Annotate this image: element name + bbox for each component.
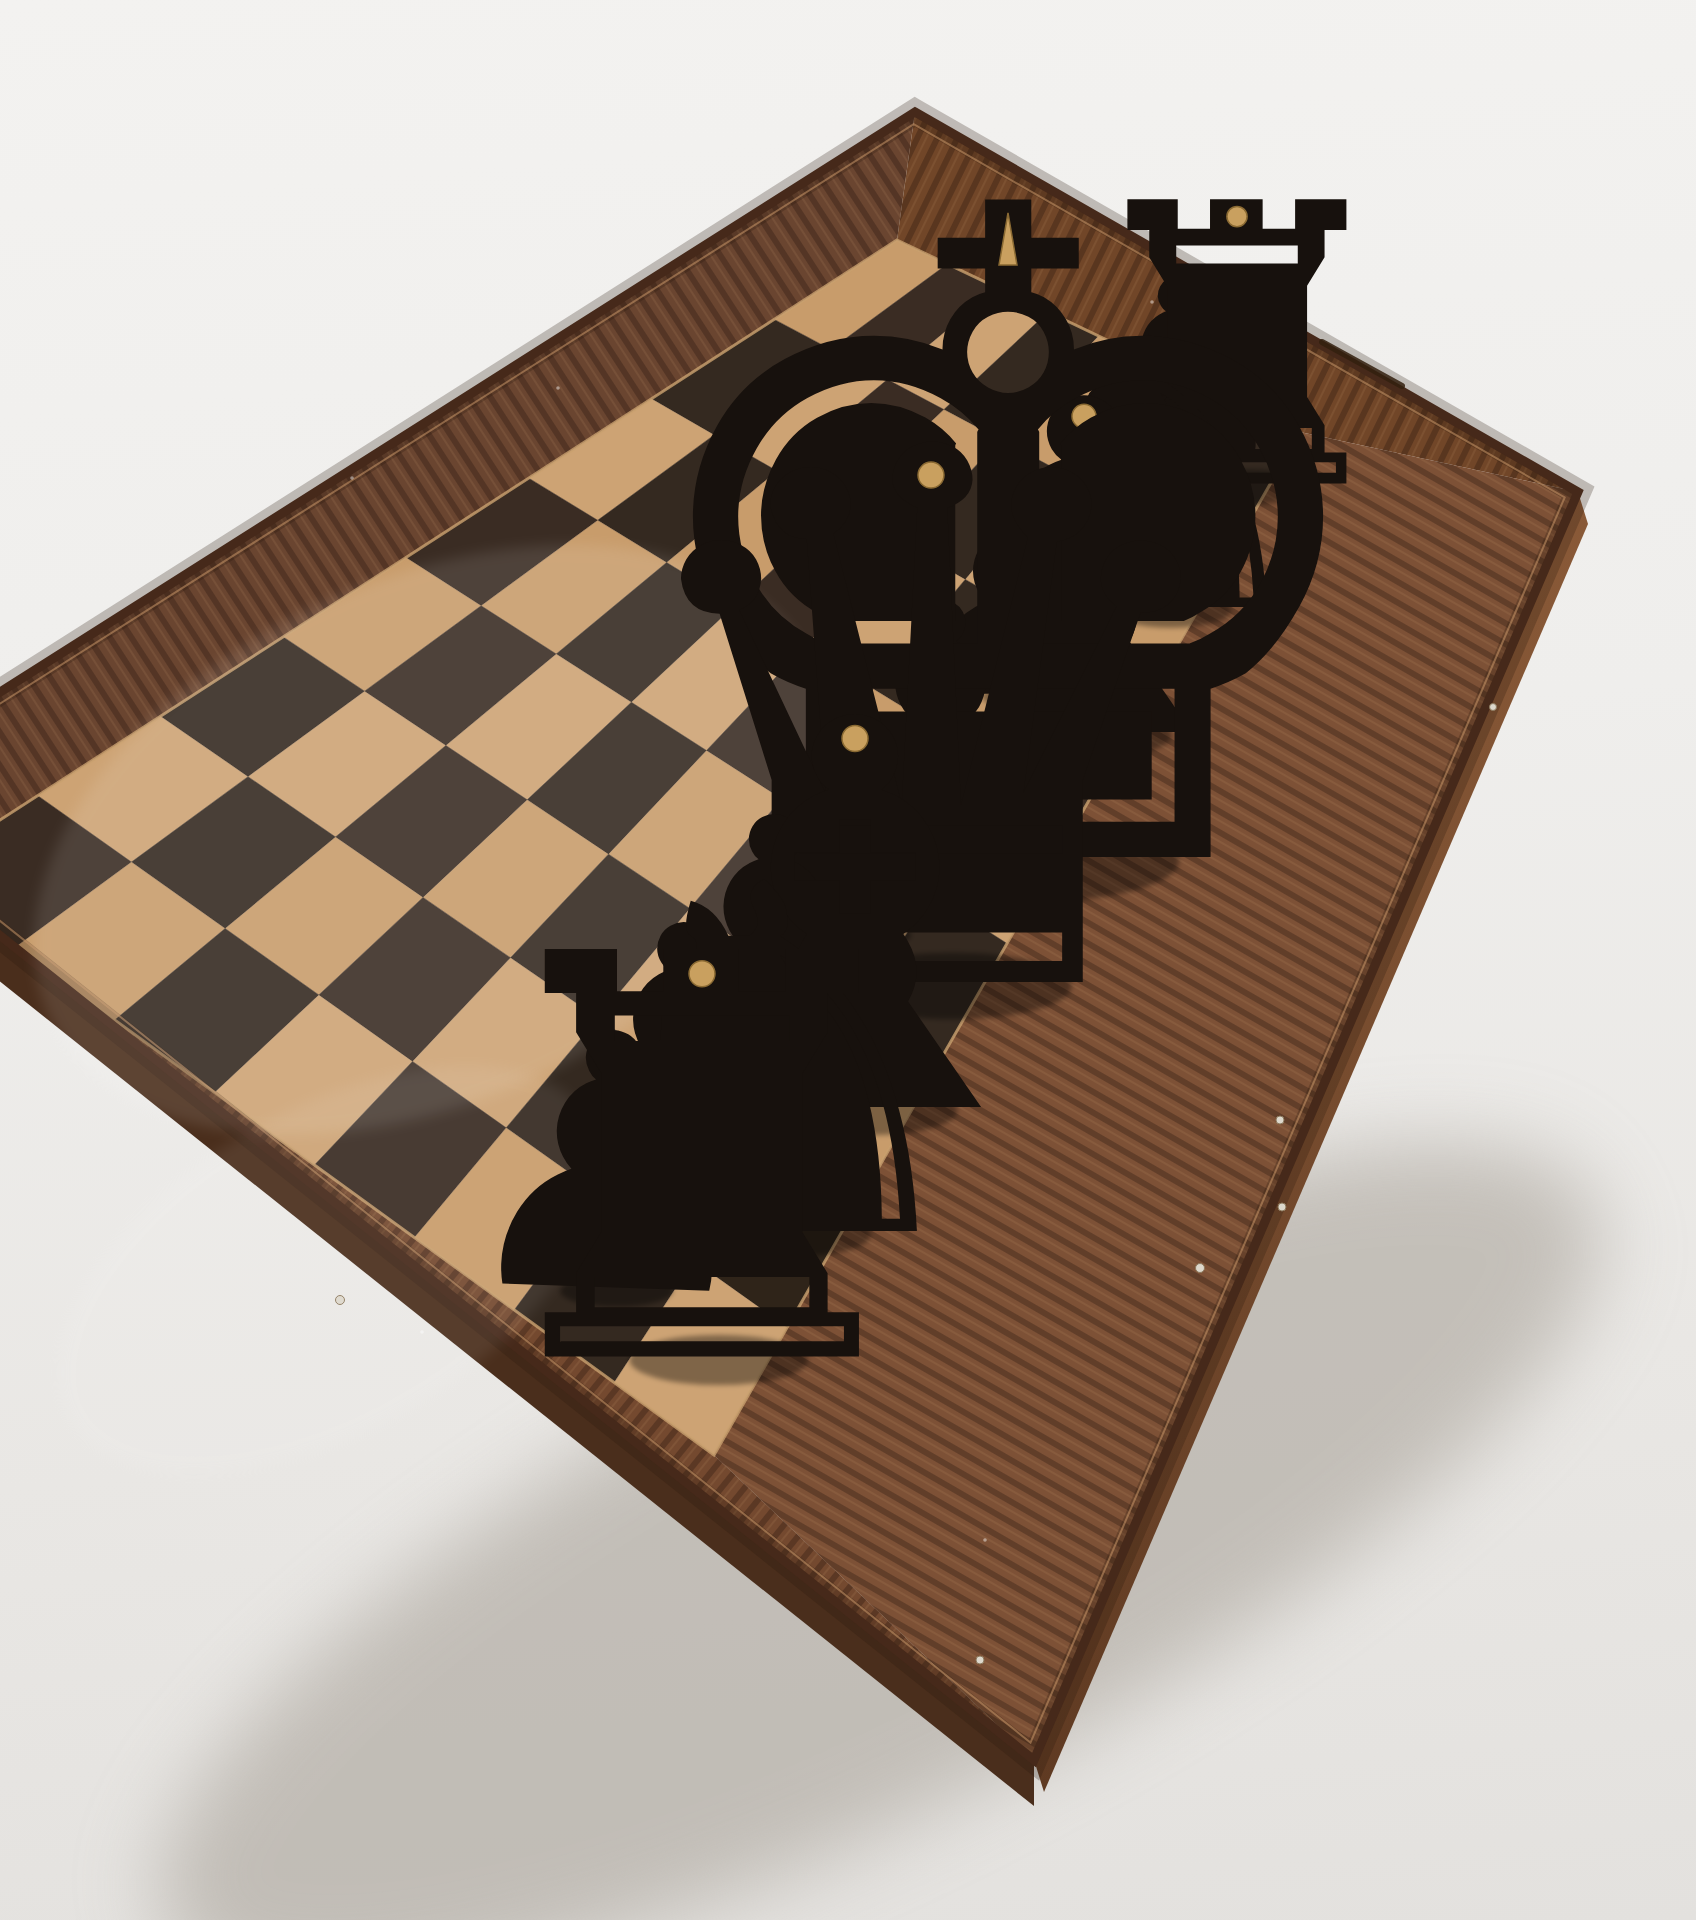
inlay-dot [1276,1116,1284,1124]
piece-black-rook-a8[interactable]: ♜ [452,838,952,1488]
chess-board: ♟♜♟♞♟♝♟♚♟♛♟♝♟♞♟♜ [0,0,1696,1920]
finial-ball [918,462,944,488]
inlay-dot [976,1656,984,1664]
finial-ball [842,725,868,751]
inlay-dot [1490,704,1497,711]
product-photo-scene: ♟♜♟♞♟♝♟♚♟♛♟♝♟♞♟♜ [0,0,1696,1920]
inlay-dot [1278,1203,1286,1211]
inlay-dot [1196,1264,1205,1273]
finial-ball [689,961,715,987]
dust-speck [983,1538,987,1542]
dust-speck [556,386,560,390]
dust-speck [350,476,354,480]
